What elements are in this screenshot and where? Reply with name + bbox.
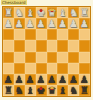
square-e4[interactable] <box>36 40 47 51</box>
square-d1[interactable]: ♛ <box>47 7 58 18</box>
square-g1[interactable]: ♞ <box>14 7 25 18</box>
black-pawn-piece: ♟ <box>47 75 56 85</box>
black-pawn-piece: ♟ <box>15 75 24 85</box>
square-d4[interactable] <box>47 40 58 51</box>
white-knight-piece: ♞ <box>69 8 78 18</box>
square-h5[interactable] <box>3 52 14 63</box>
square-f6[interactable] <box>25 63 36 74</box>
white-rook-piece: ♜ <box>80 8 89 18</box>
square-b4[interactable] <box>68 40 79 51</box>
white-bishop-piece: ♝ <box>26 8 35 18</box>
square-c1[interactable]: ♝ <box>57 7 68 18</box>
square-c3[interactable] <box>57 29 68 40</box>
square-b7[interactable]: ♟ <box>68 74 79 85</box>
square-e7[interactable]: ♟ <box>36 74 47 85</box>
square-f7[interactable]: ♟ <box>25 74 36 85</box>
square-f8[interactable]: ♝ <box>25 85 36 96</box>
square-a5[interactable] <box>79 52 90 63</box>
square-c4[interactable] <box>57 40 68 51</box>
square-g8[interactable]: ♞ <box>14 85 25 96</box>
square-g5[interactable] <box>14 52 25 63</box>
square-g7[interactable]: ♟ <box>14 74 25 85</box>
square-a7[interactable]: ♟ <box>79 74 90 85</box>
square-b6[interactable] <box>68 63 79 74</box>
white-pawn-piece: ♟ <box>37 19 46 29</box>
square-h3[interactable] <box>3 29 14 40</box>
white-bishop-piece: ♝ <box>58 8 67 18</box>
square-a2[interactable]: ♟ <box>79 18 90 29</box>
square-f2[interactable]: ♟ <box>25 18 36 29</box>
square-e6[interactable] <box>36 63 47 74</box>
app-title-label: Chessboard <box>1 0 27 5</box>
square-h6[interactable] <box>3 63 14 74</box>
square-g4[interactable] <box>14 40 25 51</box>
square-b8[interactable]: ♞ <box>68 85 79 96</box>
white-rook-piece: ♜ <box>4 8 13 18</box>
white-pawn-piece: ♟ <box>80 19 89 29</box>
white-pawn-piece: ♟ <box>69 19 78 29</box>
white-pawn-piece: ♟ <box>58 19 67 29</box>
square-b5[interactable] <box>68 52 79 63</box>
square-h2[interactable]: ♟ <box>3 18 14 29</box>
black-pawn-piece: ♟ <box>37 75 46 85</box>
white-queen-piece: ♛ <box>47 8 56 18</box>
white-pawn-piece: ♟ <box>15 19 24 29</box>
square-e5[interactable] <box>36 52 47 63</box>
square-c2[interactable]: ♟ <box>57 18 68 29</box>
square-g3[interactable] <box>14 29 25 40</box>
square-c5[interactable] <box>57 52 68 63</box>
square-b2[interactable]: ♟ <box>68 18 79 29</box>
black-rook-piece: ♜ <box>80 86 89 96</box>
black-queen-piece: ♛ <box>47 86 56 96</box>
square-g6[interactable] <box>14 63 25 74</box>
square-c6[interactable] <box>57 63 68 74</box>
square-d8[interactable]: ♛ <box>47 85 58 96</box>
black-knight-piece: ♞ <box>69 86 78 96</box>
white-king-piece: ♚ <box>37 8 46 18</box>
square-h4[interactable] <box>3 40 14 51</box>
black-pawn-piece: ♟ <box>26 75 35 85</box>
black-king-piece: ♚ <box>37 86 46 96</box>
square-f3[interactable] <box>25 29 36 40</box>
square-e8[interactable]: ♚ <box>36 85 47 96</box>
square-c8[interactable]: ♝ <box>57 85 68 96</box>
black-rook-piece: ♜ <box>4 86 13 96</box>
square-h7[interactable]: ♟ <box>3 74 14 85</box>
white-pawn-piece: ♟ <box>47 19 56 29</box>
square-f4[interactable] <box>25 40 36 51</box>
square-d7[interactable]: ♟ <box>47 74 58 85</box>
square-a6[interactable] <box>79 63 90 74</box>
white-pawn-piece: ♟ <box>4 19 13 29</box>
square-d3[interactable] <box>47 29 58 40</box>
black-knight-piece: ♞ <box>15 86 24 96</box>
square-f1[interactable]: ♝ <box>25 7 36 18</box>
square-g2[interactable]: ♟ <box>14 18 25 29</box>
square-b1[interactable]: ♞ <box>68 7 79 18</box>
black-bishop-piece: ♝ <box>58 86 67 96</box>
square-h1[interactable]: ♜ <box>3 7 14 18</box>
square-f5[interactable] <box>25 52 36 63</box>
black-pawn-piece: ♟ <box>69 75 78 85</box>
black-pawn-piece: ♟ <box>4 75 13 85</box>
square-d5[interactable] <box>47 52 58 63</box>
square-b3[interactable] <box>68 29 79 40</box>
chess-board: ♜♞♝♚♛♝♞♜♟♟♟♟♟♟♟♟♟♟♟♟♟♟♟♟♜♞♝♚♛♝♞♜ <box>2 6 91 97</box>
square-a3[interactable] <box>79 29 90 40</box>
square-h8[interactable]: ♜ <box>3 85 14 96</box>
square-e1[interactable]: ♚ <box>36 7 47 18</box>
white-pawn-piece: ♟ <box>26 19 35 29</box>
black-pawn-piece: ♟ <box>80 75 89 85</box>
white-knight-piece: ♞ <box>15 8 24 18</box>
square-e2[interactable]: ♟ <box>36 18 47 29</box>
square-a1[interactable]: ♜ <box>79 7 90 18</box>
black-bishop-piece: ♝ <box>26 86 35 96</box>
square-d2[interactable]: ♟ <box>47 18 58 29</box>
square-a8[interactable]: ♜ <box>79 85 90 96</box>
square-a4[interactable] <box>79 40 90 51</box>
square-d6[interactable] <box>47 63 58 74</box>
square-c7[interactable]: ♟ <box>57 74 68 85</box>
black-pawn-piece: ♟ <box>58 75 67 85</box>
square-e3[interactable] <box>36 29 47 40</box>
